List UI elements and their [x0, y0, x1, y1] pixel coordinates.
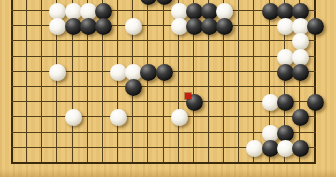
white-stone [262, 125, 279, 142]
black-stone [292, 64, 309, 81]
black-stone [277, 125, 294, 142]
black-stone [307, 18, 324, 35]
white-stone [125, 64, 142, 81]
black-stone [277, 94, 294, 111]
white-stone [171, 18, 188, 35]
grid-line-horizontal [11, 56, 316, 57]
black-stone [125, 79, 142, 96]
white-stone [49, 3, 66, 20]
white-stone [49, 18, 66, 35]
black-stone [292, 3, 309, 20]
black-stone [262, 140, 279, 157]
black-stone [80, 18, 97, 35]
white-stone [171, 3, 188, 20]
black-stone [307, 94, 324, 111]
white-stone [292, 18, 309, 35]
white-stone [65, 3, 82, 20]
black-stone [156, 64, 173, 81]
black-stone [201, 18, 218, 35]
white-stone [292, 49, 309, 66]
window-background [0, 177, 336, 189]
black-stone [277, 64, 294, 81]
black-stone [95, 18, 112, 35]
black-stone [95, 3, 112, 20]
black-stone [292, 140, 309, 157]
grid-line-horizontal [11, 86, 316, 87]
white-stone [246, 140, 263, 157]
white-stone [125, 18, 142, 35]
go-app-window [0, 0, 336, 189]
white-stone [80, 3, 97, 20]
white-stone [171, 109, 188, 126]
board-bottom-edge-shading [0, 169, 336, 177]
white-stone [277, 49, 294, 66]
grid-line-horizontal [11, 40, 316, 41]
black-stone [186, 18, 203, 35]
black-stone [292, 109, 309, 126]
white-stone [110, 64, 127, 81]
black-stone [201, 3, 218, 20]
board-edge-line-bottom [11, 162, 316, 164]
black-stone [65, 18, 82, 35]
white-stone [110, 109, 127, 126]
white-stone [216, 3, 233, 20]
white-stone [277, 140, 294, 157]
black-stone [186, 3, 203, 20]
black-stone [216, 18, 233, 35]
black-stone [140, 64, 157, 81]
go-board[interactable] [0, 0, 336, 177]
white-stone [262, 94, 279, 111]
white-stone [49, 64, 66, 81]
white-stone [292, 33, 309, 50]
black-stone [262, 3, 279, 20]
black-stone [277, 3, 294, 20]
white-stone [65, 109, 82, 126]
white-stone [277, 18, 294, 35]
grid-line-horizontal [11, 116, 316, 117]
last-move-marker [185, 93, 191, 99]
